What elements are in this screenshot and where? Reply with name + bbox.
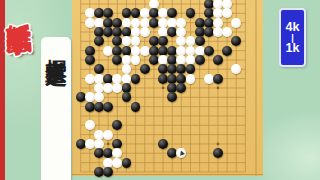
black-stone[interactable] — [85, 46, 95, 56]
video-thumbnail: 斩断实战恶手 探索棋之正道 4k | 1k — [0, 0, 320, 180]
black-stone[interactable] — [112, 27, 122, 37]
star-point — [217, 87, 220, 90]
white-stone[interactable] — [122, 18, 132, 28]
white-stone[interactable] — [213, 18, 223, 28]
black-stone[interactable] — [103, 167, 113, 177]
white-stone[interactable] — [176, 18, 186, 28]
black-stone[interactable] — [103, 102, 113, 112]
black-stone[interactable] — [195, 55, 205, 65]
white-stone[interactable] — [231, 18, 241, 28]
black-stone[interactable] — [140, 64, 150, 74]
star-point — [217, 143, 220, 146]
black-stone[interactable] — [213, 74, 223, 84]
star-point — [107, 143, 110, 146]
black-stone[interactable] — [195, 36, 205, 46]
white-stone[interactable] — [94, 92, 104, 102]
white-stone[interactable] — [176, 46, 186, 56]
white-stone[interactable] — [122, 55, 132, 65]
black-stone[interactable] — [131, 74, 141, 84]
white-stone[interactable] — [112, 158, 122, 168]
white-stone[interactable] — [112, 83, 122, 93]
black-stone[interactable] — [213, 55, 223, 65]
black-stone[interactable] — [122, 158, 132, 168]
rank-badge-top: 4k — [286, 21, 300, 34]
black-stone[interactable] — [213, 148, 223, 158]
black-stone[interactable] — [112, 139, 122, 149]
black-stone[interactable] — [122, 83, 132, 93]
black-stone[interactable] — [122, 27, 132, 37]
white-stone[interactable] — [122, 74, 132, 84]
black-stone[interactable] — [112, 18, 122, 28]
white-stone[interactable] — [140, 27, 150, 37]
overlay-title-sub: 探索棋之正道 — [45, 42, 67, 178]
white-stone[interactable] — [85, 120, 95, 130]
white-stone[interactable] — [186, 74, 196, 84]
white-stone[interactable] — [112, 74, 122, 84]
rank-range-badge: 4k | 1k — [279, 8, 306, 67]
white-stone[interactable] — [94, 139, 104, 149]
white-stone[interactable] — [131, 18, 141, 28]
white-stone[interactable] — [131, 46, 141, 56]
black-stone[interactable] — [176, 74, 186, 84]
black-stone[interactable] — [158, 139, 168, 149]
black-stone[interactable] — [204, 46, 214, 56]
black-stone[interactable] — [112, 46, 122, 56]
star-point — [162, 87, 165, 90]
white-stone[interactable] — [222, 27, 232, 37]
overlay-title-main: 斩断实战恶手 — [3, 3, 42, 176]
white-stone[interactable] — [103, 130, 113, 140]
black-stone[interactable] — [85, 55, 95, 65]
white-stone[interactable] — [186, 55, 196, 65]
black-stone[interactable] — [222, 46, 232, 56]
rank-badge-bottom: 1k — [286, 42, 300, 55]
black-stone[interactable] — [131, 102, 141, 112]
white-stone[interactable] — [186, 46, 196, 56]
black-stone[interactable] — [122, 46, 132, 56]
black-stone[interactable] — [112, 55, 122, 65]
